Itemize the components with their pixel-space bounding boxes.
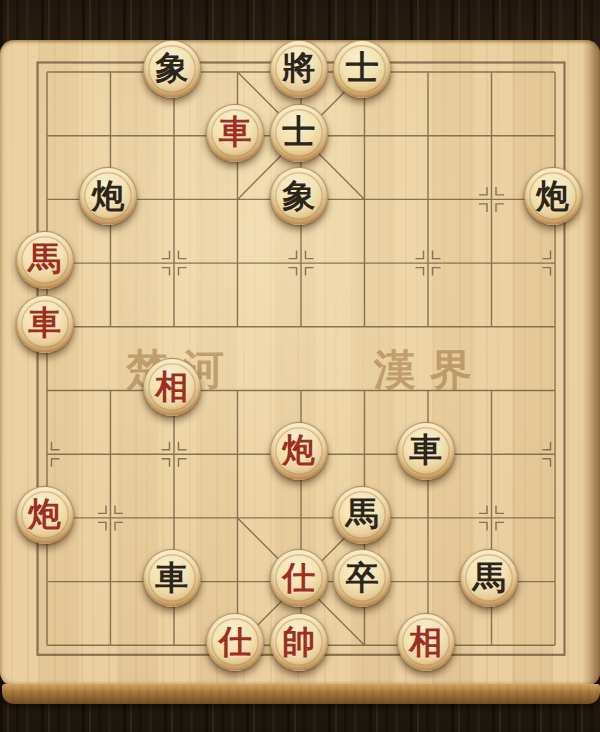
piece-red-general[interactable]: 帥 xyxy=(270,613,328,671)
piece-black-cannon[interactable]: 炮 xyxy=(524,167,582,225)
piece-black-elephant[interactable]: 象 xyxy=(143,40,201,98)
piece-black-advisor[interactable]: 士 xyxy=(270,104,328,162)
board-grid: 象將士車士炮象炮馬車相炮車炮馬車仕卒馬仕帥相 xyxy=(15,40,587,677)
piece-black-elephant[interactable]: 象 xyxy=(270,167,328,225)
piece-red-horse[interactable]: 馬 xyxy=(16,231,74,289)
piece-black-chariot[interactable]: 車 xyxy=(397,422,455,480)
piece-black-horse[interactable]: 馬 xyxy=(333,486,391,544)
xiangqi-app: 楚河 漢界 象將士車士炮象炮馬車相炮車炮馬車仕卒馬仕帥相 xyxy=(0,0,600,732)
piece-red-cannon[interactable]: 炮 xyxy=(270,422,328,480)
piece-red-cannon[interactable]: 炮 xyxy=(16,486,74,544)
piece-red-elephant[interactable]: 相 xyxy=(397,613,455,671)
piece-black-advisor[interactable]: 士 xyxy=(333,40,391,98)
piece-black-horse[interactable]: 馬 xyxy=(460,549,518,607)
piece-black-pawn[interactable]: 卒 xyxy=(333,549,391,607)
piece-red-advisor[interactable]: 仕 xyxy=(270,549,328,607)
piece-black-cannon[interactable]: 炮 xyxy=(79,167,137,225)
piece-red-chariot[interactable]: 車 xyxy=(16,295,74,353)
piece-black-general[interactable]: 將 xyxy=(270,40,328,98)
piece-red-advisor[interactable]: 仕 xyxy=(206,613,264,671)
piece-red-chariot[interactable]: 車 xyxy=(206,104,264,162)
piece-red-elephant[interactable]: 相 xyxy=(143,358,201,416)
piece-black-chariot[interactable]: 車 xyxy=(143,549,201,607)
